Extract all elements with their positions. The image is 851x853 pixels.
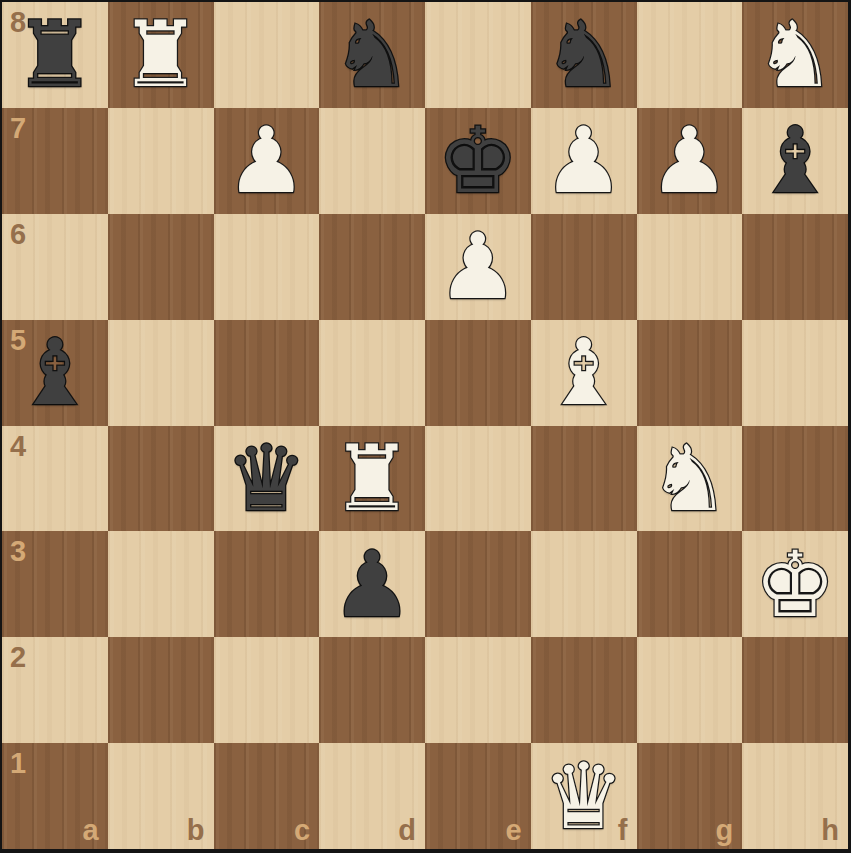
- square-e3[interactable]: [425, 531, 531, 637]
- square-b6[interactable]: [108, 214, 214, 320]
- piece-white-pawn-f7[interactable]: ♟: [543, 115, 625, 206]
- square-e4[interactable]: [425, 426, 531, 532]
- piece-white-king-h3[interactable]: ♚: [754, 539, 836, 630]
- square-d6[interactable]: [319, 214, 425, 320]
- square-e1[interactable]: e: [425, 743, 531, 849]
- square-b3[interactable]: [108, 531, 214, 637]
- piece-white-rook-d4[interactable]: ♜: [331, 433, 413, 524]
- square-h7[interactable]: ♝: [742, 108, 848, 214]
- square-h3[interactable]: ♚: [742, 531, 848, 637]
- file-label-e: e: [506, 816, 522, 845]
- piece-white-pawn-g7[interactable]: ♟: [649, 115, 731, 206]
- square-b8[interactable]: ♜: [108, 2, 214, 108]
- square-d8[interactable]: ♞: [319, 2, 425, 108]
- square-f3[interactable]: [531, 531, 637, 637]
- square-e7[interactable]: ♚: [425, 108, 531, 214]
- rank-label-2: 2: [10, 643, 26, 672]
- square-f2[interactable]: [531, 637, 637, 743]
- rank-label-7: 7: [10, 114, 26, 143]
- square-b4[interactable]: [108, 426, 214, 532]
- piece-black-bishop-h7[interactable]: ♝: [754, 115, 836, 206]
- piece-white-knight-g4[interactable]: ♞: [649, 433, 731, 524]
- piece-black-knight-f8[interactable]: ♞: [543, 9, 625, 100]
- square-g4[interactable]: ♞: [637, 426, 743, 532]
- square-b5[interactable]: [108, 320, 214, 426]
- square-d7[interactable]: [319, 108, 425, 214]
- square-c3[interactable]: [214, 531, 320, 637]
- square-f6[interactable]: [531, 214, 637, 320]
- square-h1[interactable]: h: [742, 743, 848, 849]
- square-b1[interactable]: b: [108, 743, 214, 849]
- square-c1[interactable]: c: [214, 743, 320, 849]
- square-a4[interactable]: 4: [2, 426, 108, 532]
- piece-black-pawn-d3[interactable]: ♟: [331, 539, 413, 630]
- square-h6[interactable]: [742, 214, 848, 320]
- square-g8[interactable]: [637, 2, 743, 108]
- square-b7[interactable]: [108, 108, 214, 214]
- square-f1[interactable]: f♛: [531, 743, 637, 849]
- square-f7[interactable]: ♟: [531, 108, 637, 214]
- square-d5[interactable]: [319, 320, 425, 426]
- piece-white-knight-h8[interactable]: ♞: [754, 9, 836, 100]
- piece-white-bishop-f5[interactable]: ♝: [543, 327, 625, 418]
- square-f4[interactable]: [531, 426, 637, 532]
- file-label-h: h: [821, 816, 839, 845]
- square-a2[interactable]: 2: [2, 637, 108, 743]
- square-a6[interactable]: 6: [2, 214, 108, 320]
- square-e8[interactable]: [425, 2, 531, 108]
- piece-black-king-e7[interactable]: ♚: [437, 115, 519, 206]
- rank-label-3: 3: [10, 537, 26, 566]
- rank-label-4: 4: [10, 432, 26, 461]
- square-a8[interactable]: 8♜: [2, 2, 108, 108]
- square-c6[interactable]: [214, 214, 320, 320]
- square-g3[interactable]: [637, 531, 743, 637]
- file-label-a: a: [83, 816, 99, 845]
- rank-label-1: 1: [10, 749, 26, 778]
- file-label-d: d: [398, 816, 416, 845]
- square-d1[interactable]: d: [319, 743, 425, 849]
- square-g7[interactable]: ♟: [637, 108, 743, 214]
- square-e5[interactable]: [425, 320, 531, 426]
- square-c2[interactable]: [214, 637, 320, 743]
- square-h4[interactable]: [742, 426, 848, 532]
- file-label-c: c: [294, 816, 310, 845]
- square-g6[interactable]: [637, 214, 743, 320]
- square-d3[interactable]: ♟: [319, 531, 425, 637]
- square-h5[interactable]: [742, 320, 848, 426]
- piece-black-bishop-a5[interactable]: ♝: [14, 327, 96, 418]
- file-label-b: b: [187, 816, 205, 845]
- square-a1[interactable]: 1a: [2, 743, 108, 849]
- square-b2[interactable]: [108, 637, 214, 743]
- piece-black-queen-c4[interactable]: ♛: [226, 433, 308, 524]
- file-label-g: g: [716, 816, 734, 845]
- piece-white-pawn-e6[interactable]: ♟: [437, 221, 519, 312]
- square-d4[interactable]: ♜: [319, 426, 425, 532]
- square-h8[interactable]: ♞: [742, 2, 848, 108]
- square-g5[interactable]: [637, 320, 743, 426]
- square-c5[interactable]: [214, 320, 320, 426]
- piece-white-rook-b8[interactable]: ♜: [120, 9, 202, 100]
- square-f5[interactable]: ♝: [531, 320, 637, 426]
- square-c4[interactable]: ♛: [214, 426, 320, 532]
- square-g1[interactable]: g: [637, 743, 743, 849]
- square-a3[interactable]: 3: [2, 531, 108, 637]
- square-d2[interactable]: [319, 637, 425, 743]
- square-g2[interactable]: [637, 637, 743, 743]
- chess-board: 8♜♜♞♞♞7♟♚♟♟♝6♟5♝♝4♛♜♞3♟♚21abcdef♛gh: [0, 0, 851, 853]
- square-a5[interactable]: 5♝: [2, 320, 108, 426]
- square-c7[interactable]: ♟: [214, 108, 320, 214]
- square-a7[interactable]: 7: [2, 108, 108, 214]
- piece-white-queen-f1[interactable]: ♛: [543, 751, 625, 842]
- square-f8[interactable]: ♞: [531, 2, 637, 108]
- rank-label-6: 6: [10, 220, 26, 249]
- piece-black-rook-a8[interactable]: ♜: [14, 9, 96, 100]
- square-h2[interactable]: [742, 637, 848, 743]
- square-e6[interactable]: ♟: [425, 214, 531, 320]
- square-e2[interactable]: [425, 637, 531, 743]
- square-c8[interactable]: [214, 2, 320, 108]
- piece-white-pawn-c7[interactable]: ♟: [226, 115, 308, 206]
- piece-black-knight-d8[interactable]: ♞: [331, 9, 413, 100]
